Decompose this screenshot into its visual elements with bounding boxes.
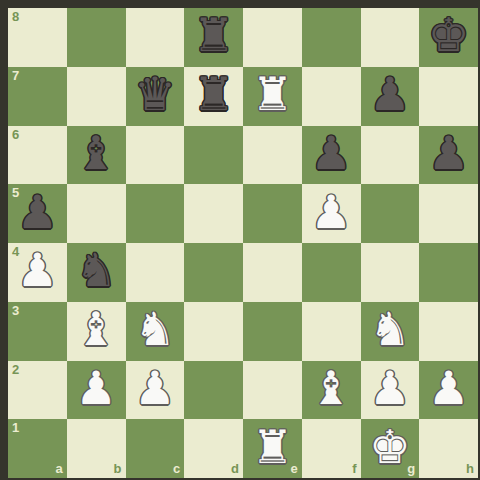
square-g5[interactable]: [361, 184, 420, 243]
square-h7[interactable]: [419, 67, 478, 126]
square-c7[interactable]: ♛: [126, 67, 185, 126]
square-h4[interactable]: [419, 243, 478, 302]
white-king[interactable]: ♚: [369, 424, 410, 470]
square-b1[interactable]: b: [67, 419, 126, 478]
black-queen[interactable]: ♛: [134, 71, 175, 117]
square-c2[interactable]: ♟: [126, 361, 185, 420]
file-label-f: f: [352, 462, 356, 475]
square-d5[interactable]: [184, 184, 243, 243]
black-pawn[interactable]: ♟: [428, 130, 469, 176]
square-d3[interactable]: [184, 302, 243, 361]
square-g7[interactable]: ♟: [361, 67, 420, 126]
white-rook[interactable]: ♜: [252, 71, 293, 117]
square-e8[interactable]: [243, 8, 302, 67]
square-b6[interactable]: ♝: [67, 126, 126, 185]
black-pawn[interactable]: ♟: [17, 189, 58, 235]
square-c5[interactable]: [126, 184, 185, 243]
square-b8[interactable]: [67, 8, 126, 67]
rank-label-6: 6: [12, 128, 19, 141]
rank-label-3: 3: [12, 304, 19, 317]
square-g4[interactable]: [361, 243, 420, 302]
file-label-b: b: [114, 462, 122, 475]
square-e2[interactable]: [243, 361, 302, 420]
white-pawn[interactable]: ♟: [428, 365, 469, 411]
rank-label-1: 1: [12, 421, 19, 434]
square-f5[interactable]: ♟: [302, 184, 361, 243]
file-label-c: c: [173, 462, 180, 475]
black-bishop[interactable]: ♝: [76, 130, 117, 176]
square-d1[interactable]: d: [184, 419, 243, 478]
square-e3[interactable]: [243, 302, 302, 361]
white-knight[interactable]: ♞: [134, 306, 175, 352]
square-c3[interactable]: ♞: [126, 302, 185, 361]
square-h2[interactable]: ♟: [419, 361, 478, 420]
square-c1[interactable]: c: [126, 419, 185, 478]
square-f7[interactable]: [302, 67, 361, 126]
white-bishop[interactable]: ♝: [76, 306, 117, 352]
square-a5[interactable]: 5♟: [8, 184, 67, 243]
square-b7[interactable]: [67, 67, 126, 126]
square-b3[interactable]: ♝: [67, 302, 126, 361]
black-rook[interactable]: ♜: [193, 71, 234, 117]
white-pawn[interactable]: ♟: [369, 365, 410, 411]
square-f8[interactable]: [302, 8, 361, 67]
square-e7[interactable]: ♜: [243, 67, 302, 126]
square-d6[interactable]: [184, 126, 243, 185]
square-f6[interactable]: ♟: [302, 126, 361, 185]
square-g6[interactable]: [361, 126, 420, 185]
square-f1[interactable]: f: [302, 419, 361, 478]
square-e4[interactable]: [243, 243, 302, 302]
white-pawn[interactable]: ♟: [311, 189, 352, 235]
black-king[interactable]: ♚: [428, 12, 469, 58]
square-h3[interactable]: [419, 302, 478, 361]
square-g2[interactable]: ♟: [361, 361, 420, 420]
square-e6[interactable]: [243, 126, 302, 185]
square-c6[interactable]: [126, 126, 185, 185]
square-a4[interactable]: 4♟: [8, 243, 67, 302]
file-label-a: a: [56, 462, 63, 475]
white-pawn[interactable]: ♟: [134, 365, 175, 411]
square-b4[interactable]: ♞: [67, 243, 126, 302]
file-label-d: d: [231, 462, 239, 475]
square-g8[interactable]: [361, 8, 420, 67]
square-a3[interactable]: 3: [8, 302, 67, 361]
square-c8[interactable]: [126, 8, 185, 67]
square-h6[interactable]: ♟: [419, 126, 478, 185]
black-rook[interactable]: ♜: [193, 12, 234, 58]
square-b2[interactable]: ♟: [67, 361, 126, 420]
square-a6[interactable]: 6: [8, 126, 67, 185]
square-a2[interactable]: 2: [8, 361, 67, 420]
square-h8[interactable]: ♚: [419, 8, 478, 67]
rank-label-2: 2: [12, 363, 19, 376]
white-bishop[interactable]: ♝: [311, 365, 352, 411]
white-pawn[interactable]: ♟: [17, 247, 58, 293]
square-f4[interactable]: [302, 243, 361, 302]
square-f2[interactable]: ♝: [302, 361, 361, 420]
rank-label-8: 8: [12, 10, 19, 23]
square-c4[interactable]: [126, 243, 185, 302]
white-pawn[interactable]: ♟: [76, 365, 117, 411]
white-knight[interactable]: ♞: [369, 306, 410, 352]
square-d4[interactable]: [184, 243, 243, 302]
square-h5[interactable]: [419, 184, 478, 243]
chess-board: 8♜♚7♛♜♜♟6♝♟♟5♟♟4♟♞3♝♞♞2♟♟♝♟♟1abcde♜fg♚h: [8, 8, 478, 478]
black-knight[interactable]: ♞: [76, 247, 117, 293]
square-a8[interactable]: 8: [8, 8, 67, 67]
rank-label-7: 7: [12, 69, 19, 82]
square-d7[interactable]: ♜: [184, 67, 243, 126]
square-a1[interactable]: 1a: [8, 419, 67, 478]
square-g1[interactable]: g♚: [361, 419, 420, 478]
square-a7[interactable]: 7: [8, 67, 67, 126]
white-rook[interactable]: ♜: [252, 424, 293, 470]
square-h1[interactable]: h: [419, 419, 478, 478]
file-label-h: h: [466, 462, 474, 475]
black-pawn[interactable]: ♟: [311, 130, 352, 176]
square-g3[interactable]: ♞: [361, 302, 420, 361]
square-e1[interactable]: e♜: [243, 419, 302, 478]
square-e5[interactable]: [243, 184, 302, 243]
black-pawn[interactable]: ♟: [369, 71, 410, 117]
square-d8[interactable]: ♜: [184, 8, 243, 67]
square-b5[interactable]: [67, 184, 126, 243]
square-d2[interactable]: [184, 361, 243, 420]
square-f3[interactable]: [302, 302, 361, 361]
